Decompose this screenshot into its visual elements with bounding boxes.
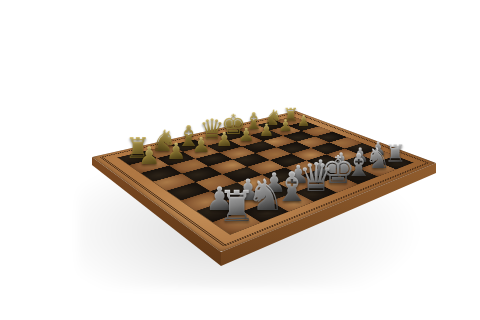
chess-set-photo: ♜♞♝♛♚♝♞♜♟♟♟♟♟♟♟♟♟♟♟♟♟♟♟♟♜♞♝♛♚♝♞♜	[0, 0, 480, 320]
